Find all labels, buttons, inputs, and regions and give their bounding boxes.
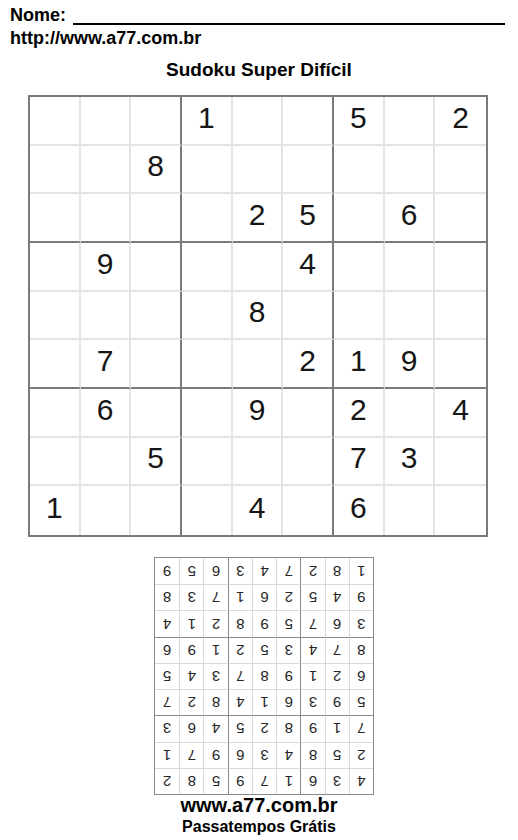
puzzle-cell-r3c7 [334,194,385,243]
solution-cell-r4c6: 4 [228,689,252,715]
solution-cell-r9c8: 5 [179,558,203,584]
solution-cell-r1c2: 3 [325,768,349,794]
solution-cell-r2c2: 5 [325,742,349,768]
solution-cell-r9c5: 4 [252,558,276,584]
puzzle-cell-r7c8 [385,389,436,438]
solution-cell-r3c2: 1 [325,715,349,741]
solution-cell-r6c4: 3 [276,637,300,663]
puzzle-cell-r3c5: 2 [233,194,284,243]
solution-cell-r4c7: 8 [203,689,227,715]
solution-cell-r9c1: 1 [349,558,373,584]
puzzle-cell-r7c6 [283,389,334,438]
solution-cell-r9c4: 7 [276,558,300,584]
puzzle-grid: 152825694872196924573146 [28,95,488,537]
puzzle-cell-r8c4 [182,438,233,487]
solution-cell-r1c3: 6 [300,768,324,794]
puzzle-cell-r3c4 [182,194,233,243]
solution-cell-r5c6: 7 [228,663,252,689]
solution-cell-r7c7: 2 [203,610,227,636]
puzzle-cell-r9c1: 1 [30,486,81,535]
puzzle-cell-r6c7: 1 [334,340,385,389]
solution-cell-r4c2: 9 [325,689,349,715]
puzzle-cell-r6c5 [233,340,284,389]
puzzle-cell-r6c1 [30,340,81,389]
solution-cell-r7c2: 6 [325,610,349,636]
solution-cell-r7c8: 1 [179,610,203,636]
solution-cell-r8c2: 4 [325,584,349,610]
puzzle-cell-r6c9 [435,340,486,389]
solution-cell-r2c8: 7 [179,742,203,768]
solution-cell-r7c4: 5 [276,610,300,636]
solution-cell-r5c9: 5 [155,663,179,689]
puzzle-cell-r8c6 [283,438,334,487]
puzzle-cell-r7c7: 2 [334,389,385,438]
solution-cell-r5c7: 3 [203,663,227,689]
solution-cell-r3c8: 6 [179,715,203,741]
puzzle-cell-r9c7: 6 [334,486,385,535]
solution-cell-r4c8: 2 [179,689,203,715]
puzzle-cell-r6c6: 2 [283,340,334,389]
puzzle-cell-r1c8 [385,97,436,146]
puzzle-cell-r1c4: 1 [182,97,233,146]
puzzle-cell-r4c8 [385,243,436,292]
solution-cell-r7c5: 9 [252,610,276,636]
puzzle-cell-r7c3 [131,389,182,438]
solution-cell-r4c4: 6 [276,689,300,715]
solution-cell-r8c7: 7 [203,584,227,610]
solution-cell-r2c5: 3 [252,742,276,768]
puzzle-cell-r5c1 [30,292,81,341]
solution-cell-r9c9: 9 [155,558,179,584]
solution-cell-r5c5: 8 [252,663,276,689]
puzzle-cell-r6c8: 9 [385,340,436,389]
puzzle-cell-r3c9 [435,194,486,243]
puzzle-cell-r8c9 [435,438,486,487]
puzzle-cell-r6c2: 7 [81,340,132,389]
puzzle-cell-r2c3: 8 [131,146,182,195]
puzzle-cell-r1c6 [283,97,334,146]
puzzle-cell-r2c4 [182,146,233,195]
puzzle-cell-r2c6 [283,146,334,195]
solution-cell-r8c9: 8 [155,584,179,610]
solution-cell-r8c8: 3 [179,584,203,610]
puzzle-cell-r9c2 [81,486,132,535]
solution-cell-r3c5: 2 [252,715,276,741]
puzzle-cell-r9c5: 4 [233,486,284,535]
puzzle-cell-r9c9 [435,486,486,535]
puzzle-cell-r1c9: 2 [435,97,486,146]
puzzle-cell-r1c5 [233,97,284,146]
puzzle-cell-r2c1 [30,146,81,195]
puzzle-cell-r4c1 [30,243,81,292]
solution-cell-r5c8: 4 [179,663,203,689]
puzzle-cell-r6c4 [182,340,233,389]
puzzle-cell-r4c2: 9 [81,243,132,292]
footer-tagline: Passatempos Grátis [0,817,518,836]
solution-cell-r8c4: 2 [276,584,300,610]
puzzle-cell-r1c3 [131,97,182,146]
puzzle-cell-r3c6: 5 [283,194,334,243]
puzzle-cell-r8c3: 5 [131,438,182,487]
solution-cell-r8c5: 6 [252,584,276,610]
solution-cell-r5c1: 6 [349,663,373,689]
name-label: Nome: [10,5,66,25]
puzzle-cell-r4c9 [435,243,486,292]
solution-cell-r5c2: 2 [325,663,349,689]
puzzle-cell-r8c8: 3 [385,438,436,487]
solution-cell-r6c6: 2 [228,637,252,663]
solution-cell-r6c9: 6 [155,637,179,663]
puzzle-cell-r7c1 [30,389,81,438]
puzzle-cell-r8c5 [233,438,284,487]
puzzle-cell-r5c8 [385,292,436,341]
solution-cell-r7c9: 4 [155,610,179,636]
solution-cell-r4c9: 7 [155,689,179,715]
solution-cell-r6c3: 4 [300,637,324,663]
puzzle-cell-r7c5: 9 [233,389,284,438]
puzzle-cell-r2c5 [233,146,284,195]
puzzle-cell-r7c9: 4 [435,389,486,438]
name-row: Nome: [10,3,505,25]
solution-cell-r7c1: 3 [349,610,373,636]
solution-cell-r4c1: 5 [349,689,373,715]
solution-cell-r2c9: 1 [155,742,179,768]
solution-cell-r3c4: 8 [276,715,300,741]
solution-grid-rotated: 4361795822584369717198254635936148276219… [154,557,374,795]
header: Nome: http://www.a77.com.br [10,3,505,49]
solution-cell-r7c6: 8 [228,610,252,636]
solution-cell-r9c3: 2 [300,558,324,584]
puzzle-cell-r6c3 [131,340,182,389]
footer: www.a77.com.br Passatempos Grátis [0,794,518,836]
puzzle-cell-r1c2 [81,97,132,146]
puzzle-cell-r8c1 [30,438,81,487]
puzzle-cell-r9c3 [131,486,182,535]
puzzle-cell-r1c7: 5 [334,97,385,146]
puzzle-cell-r9c6 [283,486,334,535]
puzzle-cell-r5c7 [334,292,385,341]
solution-cell-r1c4: 1 [276,768,300,794]
solution-cell-r1c5: 7 [252,768,276,794]
puzzle-cell-r5c6 [283,292,334,341]
puzzle-cell-r3c1 [30,194,81,243]
solution-cell-r6c7: 1 [203,637,227,663]
name-underline [73,3,505,25]
puzzle-cell-r3c8: 6 [385,194,436,243]
puzzle-cell-r8c2 [81,438,132,487]
puzzle-cell-r4c6: 4 [283,243,334,292]
puzzle-cell-r9c8 [385,486,436,535]
puzzle-cell-r9c4 [182,486,233,535]
puzzle-cell-r3c2 [81,194,132,243]
solution-cell-r5c4: 9 [276,663,300,689]
solution-cell-r1c6: 9 [228,768,252,794]
solution-cell-r2c3: 8 [300,742,324,768]
puzzle-cell-r2c7 [334,146,385,195]
puzzle-cell-r5c9 [435,292,486,341]
solution-cell-r4c5: 1 [252,689,276,715]
solution-cell-r8c1: 9 [349,584,373,610]
puzzle-cell-r7c2: 6 [81,389,132,438]
puzzle-cell-r2c9 [435,146,486,195]
solution-cell-r3c6: 5 [228,715,252,741]
page: Nome: http://www.a77.com.br Sudoku Super… [0,0,518,840]
puzzle-cell-r5c3 [131,292,182,341]
site-url: http://www.a77.com.br [10,27,505,49]
puzzle-cell-r4c5 [233,243,284,292]
solution-cell-r6c5: 5 [252,637,276,663]
puzzle-cell-r4c4 [182,243,233,292]
solution-cell-r9c7: 6 [203,558,227,584]
solution-cell-r3c7: 4 [203,715,227,741]
solution-cell-r3c9: 3 [155,715,179,741]
solution-cell-r4c3: 3 [300,689,324,715]
solution-cell-r8c6: 1 [228,584,252,610]
solution-cell-r1c9: 2 [155,768,179,794]
puzzle-cell-r7c4 [182,389,233,438]
solution-cell-r1c7: 5 [203,768,227,794]
solution-cell-r2c6: 6 [228,742,252,768]
page-title: Sudoku Super Difícil [0,59,518,81]
solution-cell-r6c8: 9 [179,637,203,663]
puzzle-cell-r5c2 [81,292,132,341]
solution-cell-r5c3: 1 [300,663,324,689]
solution-cell-r8c3: 5 [300,584,324,610]
solution-cell-r3c3: 9 [300,715,324,741]
puzzle-cell-r1c1 [30,97,81,146]
solution-cell-r1c8: 8 [179,768,203,794]
puzzle-cell-r5c5: 8 [233,292,284,341]
solution-cell-r9c2: 8 [325,558,349,584]
solution-cell-r6c1: 8 [349,637,373,663]
solution-cell-r1c1: 4 [349,768,373,794]
puzzle-cell-r5c4 [182,292,233,341]
solution-cell-r9c6: 3 [228,558,252,584]
puzzle-cell-r4c3 [131,243,182,292]
puzzle-cell-r8c7: 7 [334,438,385,487]
solution-cell-r2c7: 9 [203,742,227,768]
puzzle-cell-r3c3 [131,194,182,243]
solution-cell-r3c1: 7 [349,715,373,741]
puzzle-cell-r2c8 [385,146,436,195]
solution-cell-r7c3: 7 [300,610,324,636]
puzzle-cell-r4c7 [334,243,385,292]
solution-cell-r6c2: 7 [325,637,349,663]
solution-cell-r2c1: 2 [349,742,373,768]
solution-cell-r2c4: 4 [276,742,300,768]
footer-site: www.a77.com.br [0,794,518,817]
puzzle-cell-r2c2 [81,146,132,195]
